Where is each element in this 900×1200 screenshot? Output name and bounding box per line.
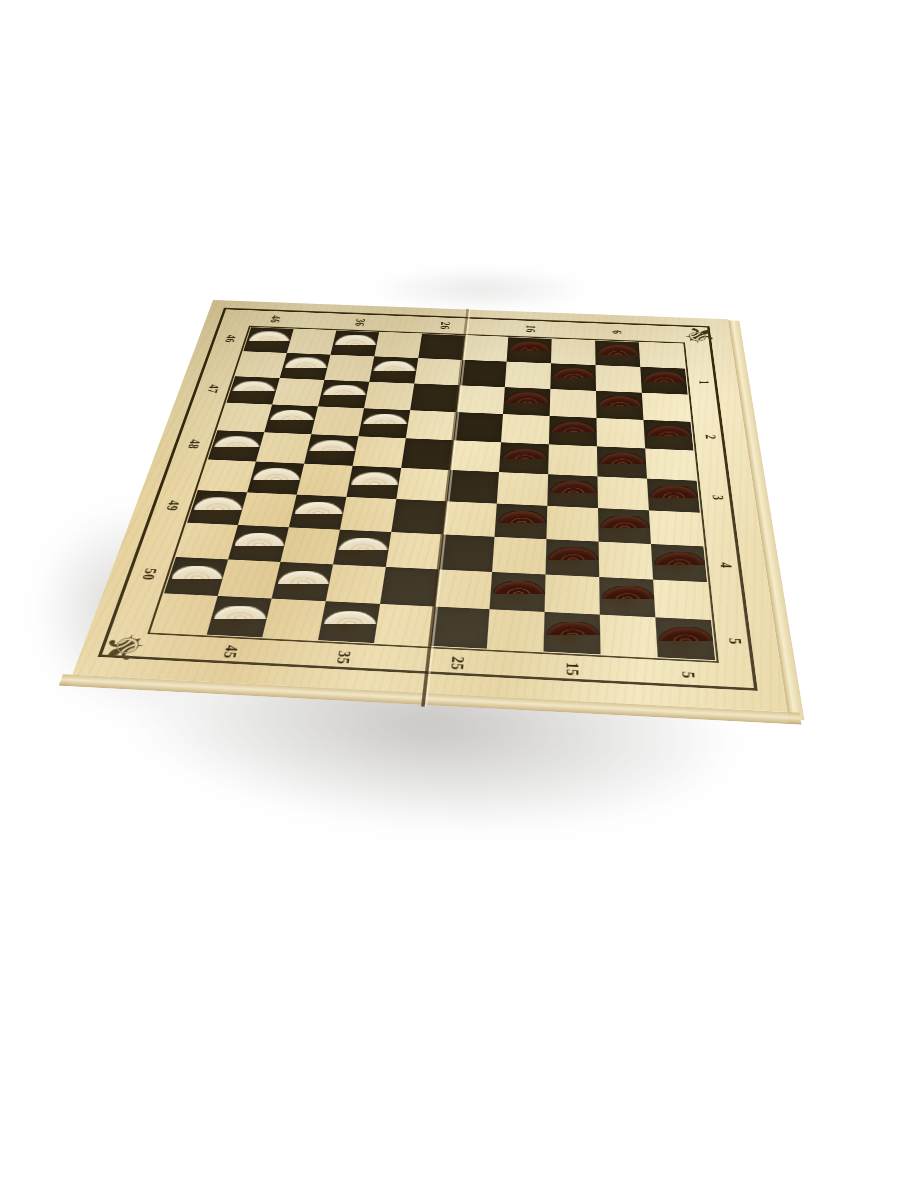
- square-number-label: 26: [432, 319, 458, 333]
- square-number-label: 4: [710, 554, 743, 576]
- square-number-label: 46: [261, 312, 289, 326]
- square-number-label: 16: [518, 322, 543, 336]
- square-number-label: 36: [346, 315, 373, 329]
- draughts-board: ⚜ ⚜ 464748495012345463626166453525155: [72, 300, 787, 712]
- photo-background: ⚜ ⚜ 464748495012345463626166453525155: [0, 0, 900, 1200]
- board-scene: ⚜ ⚜ 464748495012345463626166453525155: [0, 0, 900, 1200]
- square-number-label: 6: [604, 325, 629, 339]
- square-number-label: 25: [439, 651, 474, 676]
